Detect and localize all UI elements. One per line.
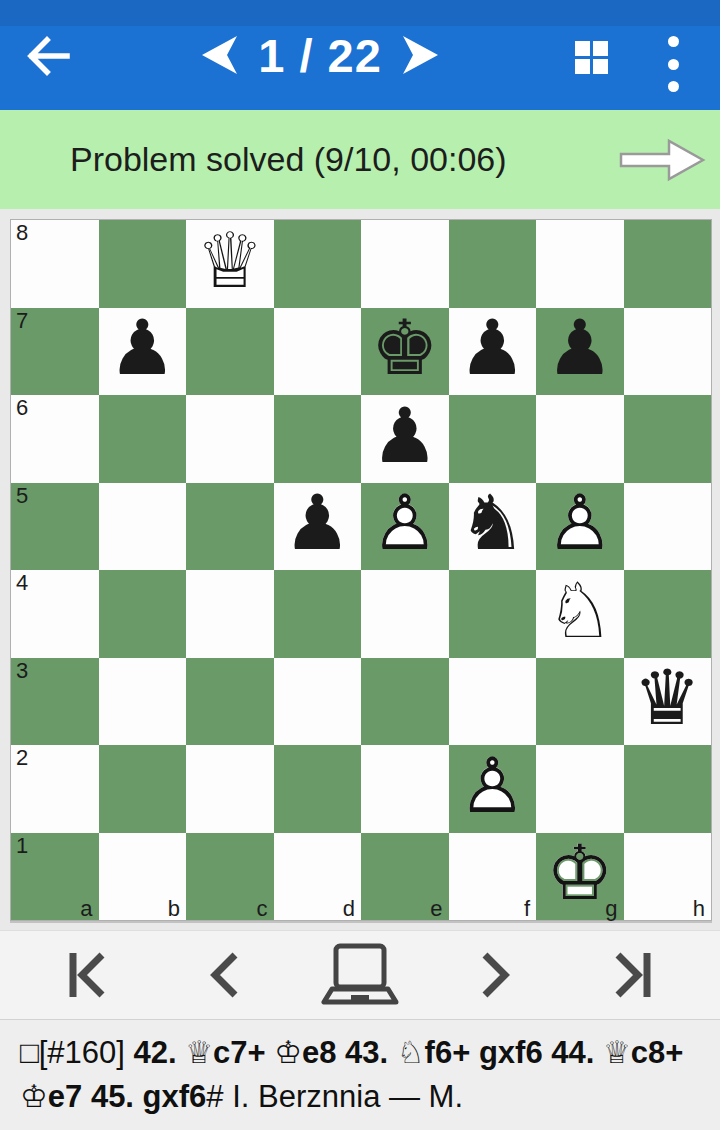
- solution-caption: □[#160] 42. ♕c7+ ♔e8 43. ♘f6+ gxf6 44. ♕…: [0, 1020, 720, 1130]
- rank-label-4: 4: [16, 571, 28, 595]
- square-a1[interactable]: 1a: [11, 833, 99, 921]
- square-e5[interactable]: ♟♙: [361, 483, 449, 571]
- piece-wP-e5: ♟♙: [361, 483, 449, 571]
- square-e7[interactable]: ♚: [361, 308, 449, 396]
- square-h2[interactable]: [624, 745, 712, 833]
- square-c3[interactable]: [186, 658, 274, 746]
- square-a4[interactable]: 4: [11, 570, 99, 658]
- piece-wP-f2: ♟♙: [449, 745, 537, 833]
- top-app-bar: 1 / 22: [0, 0, 720, 110]
- status-text: Problem solved (9/10, 00:06): [70, 140, 507, 179]
- rank-label-5: 5: [16, 484, 28, 508]
- previous-puzzle-icon[interactable]: [200, 35, 238, 75]
- piece-wP-g5: ♟♙: [536, 483, 624, 571]
- rank-label-1: 1: [16, 834, 28, 858]
- piece-wQ-c8: ♛♕: [186, 220, 274, 308]
- square-d7[interactable]: [274, 308, 362, 396]
- square-b3[interactable]: [99, 658, 187, 746]
- square-h7[interactable]: [624, 308, 712, 396]
- rank-label-7: 7: [16, 309, 28, 333]
- file-label-a: a: [80, 897, 92, 921]
- square-c7[interactable]: [186, 308, 274, 396]
- go-last-icon[interactable]: [577, 931, 687, 1019]
- file-label-f: f: [524, 897, 530, 921]
- rank-label-2: 2: [16, 746, 28, 770]
- square-h3[interactable]: ♛: [624, 658, 712, 746]
- caption-prefix: □[#160]: [20, 1035, 134, 1070]
- square-a8[interactable]: 8: [11, 220, 99, 308]
- puzzle-counter: 1 / 22: [258, 28, 382, 83]
- square-e8[interactable]: [361, 220, 449, 308]
- file-label-d: d: [343, 897, 355, 921]
- square-c1[interactable]: c: [186, 833, 274, 921]
- square-b7[interactable]: ♟: [99, 308, 187, 396]
- file-label-h: h: [693, 897, 705, 921]
- next-puzzle-icon[interactable]: [402, 35, 440, 75]
- piece-wN-g4: ♞♘: [536, 570, 624, 658]
- square-g8[interactable]: [536, 220, 624, 308]
- square-f8[interactable]: [449, 220, 537, 308]
- square-d1[interactable]: d: [274, 833, 362, 921]
- square-h6[interactable]: [624, 395, 712, 483]
- board-area: 8♛♕7♟♚♟♟6♟5♟♟♙♞♟♙4♞♘3♛2♟♙1abcdefg♚♔h: [0, 209, 720, 930]
- rank-label-6: 6: [16, 396, 28, 420]
- square-f2[interactable]: ♟♙: [449, 745, 537, 833]
- move-navigation-bar: [0, 930, 720, 1020]
- piece-bP-d5: ♟: [274, 483, 362, 571]
- square-g2[interactable]: [536, 745, 624, 833]
- rank-label-3: 3: [16, 659, 28, 683]
- square-h4[interactable]: [624, 570, 712, 658]
- grid-icon[interactable]: [575, 41, 609, 75]
- square-f1[interactable]: f: [449, 833, 537, 921]
- piece-bQ-h3: ♛: [624, 658, 712, 746]
- square-f6[interactable]: [449, 395, 537, 483]
- computer-icon[interactable]: [305, 931, 415, 1019]
- square-d2[interactable]: [274, 745, 362, 833]
- back-arrow-icon[interactable]: [24, 32, 72, 80]
- square-a7[interactable]: 7: [11, 308, 99, 396]
- go-previous-icon[interactable]: [169, 931, 279, 1019]
- square-b1[interactable]: b: [99, 833, 187, 921]
- square-g4[interactable]: ♞♘: [536, 570, 624, 658]
- square-f5[interactable]: ♞: [449, 483, 537, 571]
- file-label-c: c: [257, 897, 268, 921]
- square-a6[interactable]: 6: [11, 395, 99, 483]
- caption-suffix: # I. Berznnia — M.: [206, 1079, 463, 1114]
- piece-bP-f7: ♟: [449, 308, 537, 396]
- square-d3[interactable]: [274, 658, 362, 746]
- file-label-g: g: [605, 897, 617, 921]
- piece-bP-e6: ♟: [361, 395, 449, 483]
- square-a5[interactable]: 5: [11, 483, 99, 571]
- square-g1[interactable]: g♚♔: [536, 833, 624, 921]
- square-d5[interactable]: ♟: [274, 483, 362, 571]
- square-g5[interactable]: ♟♙: [536, 483, 624, 571]
- square-h8[interactable]: [624, 220, 712, 308]
- piece-bK-e7: ♚: [361, 308, 449, 396]
- square-d6[interactable]: [274, 395, 362, 483]
- square-b4[interactable]: [99, 570, 187, 658]
- square-c6[interactable]: [186, 395, 274, 483]
- square-g7[interactable]: ♟: [536, 308, 624, 396]
- piece-bP-b7: ♟: [99, 308, 187, 396]
- square-c8[interactable]: ♛♕: [186, 220, 274, 308]
- piece-bN-f5: ♞: [449, 483, 537, 571]
- go-next-icon[interactable]: [441, 931, 551, 1019]
- square-c4[interactable]: [186, 570, 274, 658]
- square-g3[interactable]: [536, 658, 624, 746]
- next-problem-arrow-icon[interactable]: [618, 136, 706, 184]
- file-label-e: e: [430, 897, 442, 921]
- square-b5[interactable]: [99, 483, 187, 571]
- square-b2[interactable]: [99, 745, 187, 833]
- square-f3[interactable]: [449, 658, 537, 746]
- square-d4[interactable]: [274, 570, 362, 658]
- square-c5[interactable]: [186, 483, 274, 571]
- square-e4[interactable]: [361, 570, 449, 658]
- go-first-icon[interactable]: [33, 931, 143, 1019]
- square-b6[interactable]: [99, 395, 187, 483]
- file-label-b: b: [168, 897, 180, 921]
- kebab-menu-icon[interactable]: [666, 36, 680, 92]
- square-f4[interactable]: [449, 570, 537, 658]
- square-f7[interactable]: ♟: [449, 308, 537, 396]
- rank-label-8: 8: [16, 221, 28, 245]
- square-a3[interactable]: 3: [11, 658, 99, 746]
- square-c2[interactable]: [186, 745, 274, 833]
- square-b8[interactable]: [99, 220, 187, 308]
- square-e2[interactable]: [361, 745, 449, 833]
- square-h5[interactable]: [624, 483, 712, 571]
- square-d8[interactable]: [274, 220, 362, 308]
- square-e6[interactable]: ♟: [361, 395, 449, 483]
- square-g6[interactable]: [536, 395, 624, 483]
- square-e3[interactable]: [361, 658, 449, 746]
- piece-bP-g7: ♟: [536, 308, 624, 396]
- chess-board: 8♛♕7♟♚♟♟6♟5♟♟♙♞♟♙4♞♘3♛2♟♙1abcdefg♚♔h: [10, 219, 712, 921]
- square-a2[interactable]: 2: [11, 745, 99, 833]
- square-h1[interactable]: h: [624, 833, 712, 921]
- status-banner: Problem solved (9/10, 00:06): [0, 110, 720, 209]
- puzzle-counter-group: 1 / 22: [160, 0, 480, 110]
- square-e1[interactable]: e: [361, 833, 449, 921]
